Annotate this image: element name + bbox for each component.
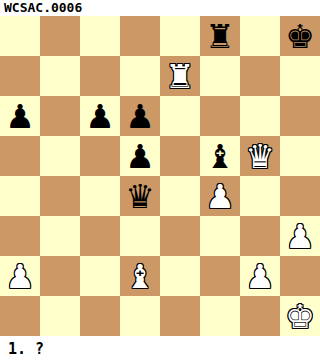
black-pawn: ♟ [120, 136, 160, 176]
square-d2[interactable]: ♝ [120, 256, 160, 296]
square-d8[interactable] [120, 16, 160, 56]
square-e4[interactable] [160, 176, 200, 216]
square-c6[interactable]: ♟ [80, 96, 120, 136]
square-h1[interactable]: ♚ [280, 296, 320, 336]
square-g3[interactable] [240, 216, 280, 256]
square-c5[interactable] [80, 136, 120, 176]
square-h5[interactable] [280, 136, 320, 176]
square-a1[interactable] [0, 296, 40, 336]
square-c2[interactable] [80, 256, 120, 296]
square-b8[interactable] [40, 16, 80, 56]
square-c4[interactable] [80, 176, 120, 216]
square-g2[interactable]: ♟ [240, 256, 280, 296]
square-e7[interactable]: ♜ [160, 56, 200, 96]
black-queen: ♛ [120, 176, 160, 216]
square-g8[interactable] [240, 16, 280, 56]
square-h8[interactable]: ♚ [280, 16, 320, 56]
square-g1[interactable] [240, 296, 280, 336]
square-e2[interactable] [160, 256, 200, 296]
square-d7[interactable] [120, 56, 160, 96]
square-e6[interactable] [160, 96, 200, 136]
square-b4[interactable] [40, 176, 80, 216]
square-b2[interactable] [40, 256, 80, 296]
square-d4[interactable]: ♛ [120, 176, 160, 216]
square-g7[interactable] [240, 56, 280, 96]
square-f5[interactable]: ♝ [200, 136, 240, 176]
square-g6[interactable] [240, 96, 280, 136]
square-f4[interactable]: ♟ [200, 176, 240, 216]
problem-title: WCSAC.0006 [0, 0, 320, 16]
square-h4[interactable] [280, 176, 320, 216]
black-rook: ♜ [200, 16, 240, 56]
square-b1[interactable] [40, 296, 80, 336]
square-d3[interactable] [120, 216, 160, 256]
square-c1[interactable] [80, 296, 120, 336]
square-d5[interactable]: ♟ [120, 136, 160, 176]
square-e1[interactable] [160, 296, 200, 336]
black-pawn: ♟ [80, 96, 120, 136]
square-a8[interactable] [0, 16, 40, 56]
square-a5[interactable] [0, 136, 40, 176]
move-prompt: 1. ? [0, 336, 320, 360]
square-a4[interactable] [0, 176, 40, 216]
white-queen: ♛ [240, 136, 280, 176]
square-f7[interactable] [200, 56, 240, 96]
square-f2[interactable] [200, 256, 240, 296]
square-a3[interactable] [0, 216, 40, 256]
square-g5[interactable]: ♛ [240, 136, 280, 176]
square-c8[interactable] [80, 16, 120, 56]
square-g4[interactable] [240, 176, 280, 216]
black-bishop: ♝ [200, 136, 240, 176]
square-d1[interactable] [120, 296, 160, 336]
square-f3[interactable] [200, 216, 240, 256]
black-king: ♚ [280, 16, 320, 56]
chess-problem-window: WCSAC.0006 ♜♚♜♟♟♟♟♝♛♛♟♟♟♝♟♚ 1. ? [0, 0, 320, 360]
square-a2[interactable]: ♟ [0, 256, 40, 296]
square-f8[interactable]: ♜ [200, 16, 240, 56]
square-h2[interactable] [280, 256, 320, 296]
black-pawn: ♟ [0, 96, 40, 136]
square-a6[interactable]: ♟ [0, 96, 40, 136]
chess-board: ♜♚♜♟♟♟♟♝♛♛♟♟♟♝♟♚ [0, 16, 320, 336]
square-e8[interactable] [160, 16, 200, 56]
white-bishop: ♝ [120, 256, 160, 296]
black-pawn: ♟ [120, 96, 160, 136]
square-h6[interactable] [280, 96, 320, 136]
white-pawn: ♟ [0, 256, 40, 296]
square-d6[interactable]: ♟ [120, 96, 160, 136]
square-b3[interactable] [40, 216, 80, 256]
square-a7[interactable] [0, 56, 40, 96]
white-king: ♚ [280, 296, 320, 336]
white-rook: ♜ [160, 56, 200, 96]
square-b5[interactable] [40, 136, 80, 176]
square-e5[interactable] [160, 136, 200, 176]
square-f1[interactable] [200, 296, 240, 336]
square-h7[interactable] [280, 56, 320, 96]
white-pawn: ♟ [240, 256, 280, 296]
square-c7[interactable] [80, 56, 120, 96]
square-h3[interactable]: ♟ [280, 216, 320, 256]
white-pawn: ♟ [280, 216, 320, 256]
square-b6[interactable] [40, 96, 80, 136]
square-f6[interactable] [200, 96, 240, 136]
white-pawn: ♟ [200, 176, 240, 216]
square-b7[interactable] [40, 56, 80, 96]
square-e3[interactable] [160, 216, 200, 256]
square-c3[interactable] [80, 216, 120, 256]
